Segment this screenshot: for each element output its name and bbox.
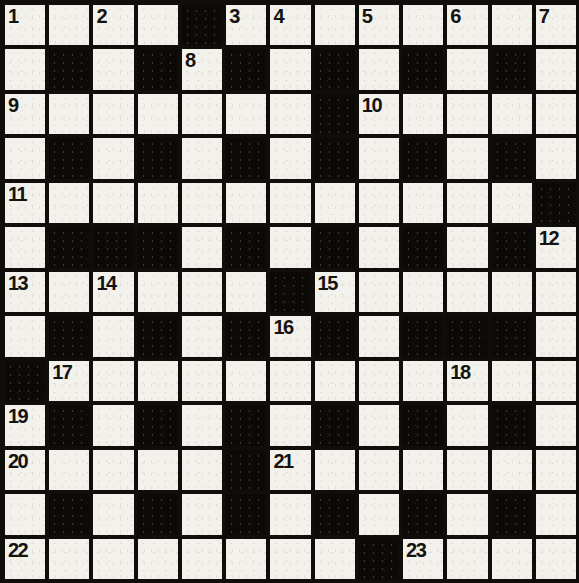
cell-r12c6: [226, 494, 266, 534]
cell-r7c12[interactable]: [492, 272, 532, 312]
cell-r11c7[interactable]: 21: [270, 450, 310, 490]
clue-number-12: 12: [539, 227, 558, 249]
cell-r9c12[interactable]: [492, 361, 532, 401]
cell-r6c3: [93, 227, 133, 267]
cell-r8c3[interactable]: [93, 316, 133, 356]
cell-r4c11[interactable]: [447, 138, 487, 178]
cell-r2c11[interactable]: [447, 49, 487, 89]
clue-number-2: 2: [96, 5, 106, 27]
cell-r1c10[interactable]: [403, 5, 443, 45]
cell-r6c6: [226, 227, 266, 267]
cell-r2c7[interactable]: [270, 49, 310, 89]
cell-r8c12: [492, 316, 532, 356]
cell-r11c12[interactable]: [492, 450, 532, 490]
cell-r2c8: [315, 49, 355, 89]
cell-r8c11: [447, 316, 487, 356]
clue-number-16: 16: [273, 316, 292, 338]
cell-r11c9[interactable]: [359, 450, 399, 490]
cell-r7c2[interactable]: [49, 272, 89, 312]
cell-r3c3[interactable]: [93, 94, 133, 134]
cell-r5c8[interactable]: [315, 183, 355, 223]
cell-r1c2[interactable]: [49, 5, 89, 45]
cell-r2c3[interactable]: [93, 49, 133, 89]
cell-r5c1[interactable]: 11: [5, 183, 45, 223]
cell-r8c7[interactable]: 16: [270, 316, 310, 356]
cell-r3c7[interactable]: [270, 94, 310, 134]
cell-r4c6: [226, 138, 266, 178]
cell-r2c4: [138, 49, 178, 89]
cell-r11c3[interactable]: [93, 450, 133, 490]
cell-r7c5[interactable]: [182, 272, 222, 312]
cell-r12c5[interactable]: [182, 494, 222, 534]
clue-number-9: 9: [8, 94, 18, 116]
cell-r1c12[interactable]: [492, 5, 532, 45]
cell-r11c4[interactable]: [138, 450, 178, 490]
cell-r3c6[interactable]: [226, 94, 266, 134]
cell-r3c11[interactable]: [447, 94, 487, 134]
cell-r7c11[interactable]: [447, 272, 487, 312]
cell-r1c3[interactable]: 2: [93, 5, 133, 45]
clue-number-5: 5: [362, 5, 372, 27]
cell-r10c7[interactable]: [270, 405, 310, 445]
cell-r10c4: [138, 405, 178, 445]
cell-r5c9[interactable]: [359, 183, 399, 223]
cell-r8c1[interactable]: [5, 316, 45, 356]
cell-r10c9[interactable]: [359, 405, 399, 445]
cell-r12c7[interactable]: [270, 494, 310, 534]
cell-r5c10[interactable]: [403, 183, 443, 223]
cell-r2c9[interactable]: [359, 49, 399, 89]
cell-r6c12: [492, 227, 532, 267]
cell-r1c7[interactable]: 4: [270, 5, 310, 45]
cell-r6c8: [315, 227, 355, 267]
clue-number-11: 11: [8, 183, 26, 205]
cell-r7c6[interactable]: [226, 272, 266, 312]
cell-r13c11[interactable]: [447, 539, 487, 579]
cell-r13c4[interactable]: [138, 539, 178, 579]
cell-r10c3[interactable]: [93, 405, 133, 445]
cell-r7c8[interactable]: 15: [315, 272, 355, 312]
cell-r1c13[interactable]: 7: [536, 5, 576, 45]
cell-r6c1[interactable]: [5, 227, 45, 267]
cell-r9c6[interactable]: [226, 361, 266, 401]
clue-number-7: 7: [539, 5, 549, 27]
cell-r2c13[interactable]: [536, 49, 576, 89]
cell-r11c2[interactable]: [49, 450, 89, 490]
cell-r7c9[interactable]: [359, 272, 399, 312]
cell-r13c1[interactable]: 22: [5, 539, 45, 579]
cell-r5c6[interactable]: [226, 183, 266, 223]
cell-r9c10[interactable]: [403, 361, 443, 401]
cell-r2c12: [492, 49, 532, 89]
cell-r10c2: [49, 405, 89, 445]
cell-r13c7[interactable]: [270, 539, 310, 579]
clue-number-6: 6: [450, 5, 460, 27]
clue-number-19: 19: [8, 405, 27, 427]
cell-r9c4[interactable]: [138, 361, 178, 401]
clue-number-17: 17: [52, 361, 71, 383]
cell-r3c12[interactable]: [492, 94, 532, 134]
cell-r10c13[interactable]: [536, 405, 576, 445]
cell-r3c8: [315, 94, 355, 134]
cell-r3c1[interactable]: 9: [5, 94, 45, 134]
cell-r1c11[interactable]: 6: [447, 5, 487, 45]
cell-r4c9[interactable]: [359, 138, 399, 178]
cell-r5c7[interactable]: [270, 183, 310, 223]
cell-r12c8: [315, 494, 355, 534]
cell-r10c5[interactable]: [182, 405, 222, 445]
cell-r5c11[interactable]: [447, 183, 487, 223]
cell-r12c12: [492, 494, 532, 534]
clue-number-22: 22: [8, 539, 27, 561]
cell-r6c10: [403, 227, 443, 267]
cell-r9c1: [5, 361, 45, 401]
cell-r6c5[interactable]: [182, 227, 222, 267]
cell-r12c1[interactable]: [5, 494, 45, 534]
clue-number-4: 4: [273, 5, 283, 27]
clue-number-3: 3: [229, 5, 239, 27]
cell-r4c13[interactable]: [536, 138, 576, 178]
cell-r7c13[interactable]: [536, 272, 576, 312]
cell-r4c3[interactable]: [93, 138, 133, 178]
clue-number-14: 14: [96, 272, 115, 294]
cell-r11c10[interactable]: [403, 450, 443, 490]
cell-r6c11[interactable]: [447, 227, 487, 267]
cell-r13c6[interactable]: [226, 539, 266, 579]
cell-r7c3[interactable]: 14: [93, 272, 133, 312]
cell-r7c10[interactable]: [403, 272, 443, 312]
cell-r10c11[interactable]: [447, 405, 487, 445]
cell-r8c4: [138, 316, 178, 356]
clue-number-15: 15: [318, 272, 337, 294]
clue-number-21: 21: [273, 450, 292, 472]
cell-r13c2[interactable]: [49, 539, 89, 579]
cell-r1c5: [182, 5, 222, 45]
cell-r12c13[interactable]: [536, 494, 576, 534]
cell-r6c2: [49, 227, 89, 267]
cell-r1c8[interactable]: [315, 5, 355, 45]
cell-r4c1[interactable]: [5, 138, 45, 178]
cell-r10c10: [403, 405, 443, 445]
cell-r8c8: [315, 316, 355, 356]
clue-number-23: 23: [406, 539, 425, 561]
cell-r12c4: [138, 494, 178, 534]
cell-r5c12[interactable]: [492, 183, 532, 223]
cell-r1c9[interactable]: 5: [359, 5, 399, 45]
cell-r12c2: [49, 494, 89, 534]
cell-r10c6: [226, 405, 266, 445]
cell-r10c12: [492, 405, 532, 445]
cell-r12c11[interactable]: [447, 494, 487, 534]
cell-r13c12[interactable]: [492, 539, 532, 579]
cell-r3c10[interactable]: [403, 94, 443, 134]
cell-r9c9[interactable]: [359, 361, 399, 401]
clue-number-13: 13: [8, 272, 27, 294]
cell-r6c9[interactable]: [359, 227, 399, 267]
cell-r6c7[interactable]: [270, 227, 310, 267]
cell-r2c1[interactable]: [5, 49, 45, 89]
cell-r10c1[interactable]: 19: [5, 405, 45, 445]
clue-number-20: 20: [8, 450, 27, 472]
cell-r4c8: [315, 138, 355, 178]
cell-r5c13: [536, 183, 576, 223]
cell-r5c5[interactable]: [182, 183, 222, 223]
cell-r7c4[interactable]: [138, 272, 178, 312]
cell-r3c13[interactable]: [536, 94, 576, 134]
cell-r11c1[interactable]: 20: [5, 450, 45, 490]
cell-r3c9[interactable]: 10: [359, 94, 399, 134]
cell-r8c13[interactable]: [536, 316, 576, 356]
cell-r3c2[interactable]: [49, 94, 89, 134]
cell-r9c13[interactable]: [536, 361, 576, 401]
cell-r1c1[interactable]: 1: [5, 5, 45, 45]
cell-r11c11[interactable]: [447, 450, 487, 490]
cell-r9c7[interactable]: [270, 361, 310, 401]
cell-r7c7: [270, 272, 310, 312]
clue-number-18: 18: [450, 361, 469, 383]
cell-r9c8[interactable]: [315, 361, 355, 401]
cell-r13c10[interactable]: 23: [403, 539, 443, 579]
cell-r8c9[interactable]: [359, 316, 399, 356]
clue-number-1: 1: [8, 5, 18, 27]
cell-r13c9: [359, 539, 399, 579]
cell-r4c10: [403, 138, 443, 178]
cell-r9c11[interactable]: 18: [447, 361, 487, 401]
cell-r4c5[interactable]: [182, 138, 222, 178]
cell-r13c3[interactable]: [93, 539, 133, 579]
cell-r4c2: [49, 138, 89, 178]
cell-r2c5[interactable]: 8: [182, 49, 222, 89]
cell-r9c5[interactable]: [182, 361, 222, 401]
cell-r2c6: [226, 49, 266, 89]
cell-r2c2: [49, 49, 89, 89]
cell-r13c13[interactable]: [536, 539, 576, 579]
cell-r8c6: [226, 316, 266, 356]
cell-r2c10: [403, 49, 443, 89]
cell-r6c4: [138, 227, 178, 267]
cell-r4c7[interactable]: [270, 138, 310, 178]
cell-r11c6: [226, 450, 266, 490]
cell-r3c5[interactable]: [182, 94, 222, 134]
cell-r5c2[interactable]: [49, 183, 89, 223]
clue-number-10: 10: [362, 94, 381, 116]
cell-r13c5[interactable]: [182, 539, 222, 579]
cell-r12c9[interactable]: [359, 494, 399, 534]
cell-r8c2: [49, 316, 89, 356]
cell-r4c12: [492, 138, 532, 178]
cell-r5c4[interactable]: [138, 183, 178, 223]
cell-r7c1[interactable]: 13: [5, 272, 45, 312]
cell-r9c3[interactable]: [93, 361, 133, 401]
crossword-grid: 1234567891011121314151617181920212223: [0, 0, 579, 583]
cell-r3c4[interactable]: [138, 94, 178, 134]
cell-r9c2[interactable]: 17: [49, 361, 89, 401]
clue-number-8: 8: [185, 49, 195, 71]
cell-r5c3[interactable]: [93, 183, 133, 223]
cell-r11c8[interactable]: [315, 450, 355, 490]
cell-r4c4: [138, 138, 178, 178]
cell-r8c5[interactable]: [182, 316, 222, 356]
cell-r10c8: [315, 405, 355, 445]
cell-r8c10: [403, 316, 443, 356]
cell-r12c3[interactable]: [93, 494, 133, 534]
cell-r11c13[interactable]: [536, 450, 576, 490]
cell-r1c4[interactable]: [138, 5, 178, 45]
cell-r1c6[interactable]: 3: [226, 5, 266, 45]
cell-r6c13[interactable]: 12: [536, 227, 576, 267]
cell-r13c8[interactable]: [315, 539, 355, 579]
cell-r11c5[interactable]: [182, 450, 222, 490]
cell-r12c10: [403, 494, 443, 534]
